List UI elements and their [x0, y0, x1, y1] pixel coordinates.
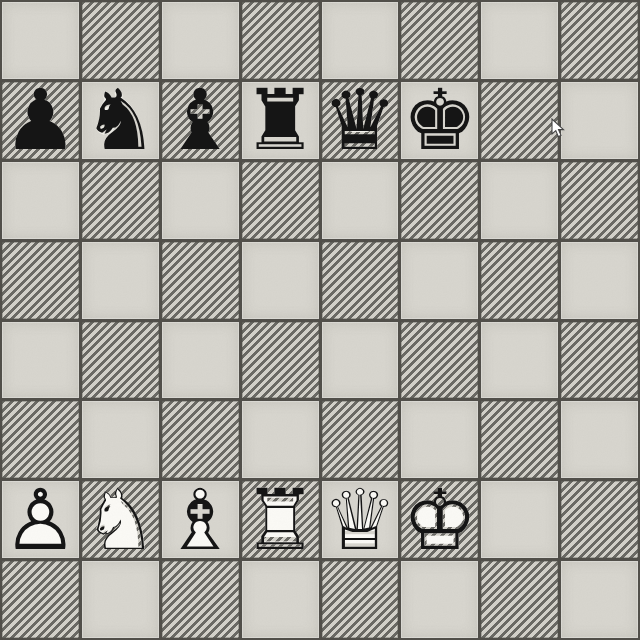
square-g5[interactable] — [481, 242, 558, 319]
square-e7[interactable]: ♕♛ — [322, 82, 399, 159]
square-f6[interactable] — [401, 162, 478, 239]
square-d2[interactable]: ♜♖ — [242, 481, 319, 558]
square-f5[interactable] — [401, 242, 478, 319]
white-queen-piece[interactable]: ♛♕ — [322, 481, 399, 558]
square-a3[interactable] — [2, 401, 79, 478]
piece-outline-layer: ♗ — [162, 481, 239, 558]
square-a4[interactable] — [2, 322, 79, 399]
square-f4[interactable] — [401, 322, 478, 399]
white-knight-piece[interactable]: ♞♘ — [82, 481, 159, 558]
square-g1[interactable] — [481, 561, 558, 638]
square-e3[interactable] — [322, 401, 399, 478]
square-c2[interactable]: ♝♗ — [162, 481, 239, 558]
square-c7[interactable]: ♗♝ — [162, 82, 239, 159]
piece-outline-layer: ♔ — [401, 481, 478, 558]
square-h4[interactable] — [561, 322, 638, 399]
square-d4[interactable] — [242, 322, 319, 399]
piece-outline-layer: ♜ — [242, 82, 319, 159]
white-king-piece[interactable]: ♚♔ — [401, 481, 478, 558]
square-g8[interactable] — [481, 2, 558, 79]
square-b7[interactable]: ♘♞ — [82, 82, 159, 159]
square-f1[interactable] — [401, 561, 478, 638]
square-b6[interactable] — [82, 162, 159, 239]
black-queen-piece[interactable]: ♕♛ — [322, 82, 399, 159]
square-h7[interactable] — [561, 82, 638, 159]
square-e1[interactable] — [322, 561, 399, 638]
square-d7[interactable]: ♖♜ — [242, 82, 319, 159]
square-f7[interactable]: ♔♚ — [401, 82, 478, 159]
square-c3[interactable] — [162, 401, 239, 478]
square-b3[interactable] — [82, 401, 159, 478]
white-bishop-piece[interactable]: ♝♗ — [162, 481, 239, 558]
square-d6[interactable] — [242, 162, 319, 239]
square-g7[interactable] — [481, 82, 558, 159]
square-c5[interactable] — [162, 242, 239, 319]
black-rook-piece[interactable]: ♖♜ — [242, 82, 319, 159]
square-e6[interactable] — [322, 162, 399, 239]
square-b8[interactable] — [82, 2, 159, 79]
square-c1[interactable] — [162, 561, 239, 638]
square-f2[interactable]: ♚♔ — [401, 481, 478, 558]
square-h6[interactable] — [561, 162, 638, 239]
square-d1[interactable] — [242, 561, 319, 638]
piece-outline-layer: ♕ — [322, 481, 399, 558]
piece-outline-layer: ♟ — [2, 82, 79, 159]
square-f8[interactable] — [401, 2, 478, 79]
square-g3[interactable] — [481, 401, 558, 478]
square-e2[interactable]: ♛♕ — [322, 481, 399, 558]
piece-outline-layer: ♝ — [162, 82, 239, 159]
square-d5[interactable] — [242, 242, 319, 319]
square-b2[interactable]: ♞♘ — [82, 481, 159, 558]
square-a2[interactable]: ♟♙ — [2, 481, 79, 558]
square-a6[interactable] — [2, 162, 79, 239]
piece-outline-layer: ♚ — [401, 82, 478, 159]
square-b4[interactable] — [82, 322, 159, 399]
black-knight-piece[interactable]: ♘♞ — [82, 82, 159, 159]
piece-outline-layer: ♛ — [322, 82, 399, 159]
square-b1[interactable] — [82, 561, 159, 638]
piece-outline-layer: ♘ — [82, 481, 159, 558]
piece-outline-layer: ♙ — [2, 481, 79, 558]
black-pawn-piece[interactable]: ♙♟ — [2, 82, 79, 159]
square-e4[interactable] — [322, 322, 399, 399]
square-h1[interactable] — [561, 561, 638, 638]
square-f3[interactable] — [401, 401, 478, 478]
square-g2[interactable] — [481, 481, 558, 558]
square-a8[interactable] — [2, 2, 79, 79]
square-h2[interactable] — [561, 481, 638, 558]
square-c4[interactable] — [162, 322, 239, 399]
square-h3[interactable] — [561, 401, 638, 478]
square-d8[interactable] — [242, 2, 319, 79]
black-king-piece[interactable]: ♔♚ — [401, 82, 478, 159]
square-h5[interactable] — [561, 242, 638, 319]
square-g4[interactable] — [481, 322, 558, 399]
piece-outline-layer: ♖ — [242, 481, 319, 558]
square-d3[interactable] — [242, 401, 319, 478]
square-a7[interactable]: ♙♟ — [2, 82, 79, 159]
square-c8[interactable] — [162, 2, 239, 79]
square-a5[interactable] — [2, 242, 79, 319]
white-pawn-piece[interactable]: ♟♙ — [2, 481, 79, 558]
white-rook-piece[interactable]: ♜♖ — [242, 481, 319, 558]
piece-outline-layer: ♞ — [82, 82, 159, 159]
chess-board: ♙♟♘♞♗♝♖♜♕♛♔♚♟♙♞♘♝♗♜♖♛♕♚♔ — [0, 0, 640, 640]
square-b5[interactable] — [82, 242, 159, 319]
square-e8[interactable] — [322, 2, 399, 79]
square-h8[interactable] — [561, 2, 638, 79]
square-a1[interactable] — [2, 561, 79, 638]
square-c6[interactable] — [162, 162, 239, 239]
black-bishop-piece[interactable]: ♗♝ — [162, 82, 239, 159]
square-g6[interactable] — [481, 162, 558, 239]
square-e5[interactable] — [322, 242, 399, 319]
